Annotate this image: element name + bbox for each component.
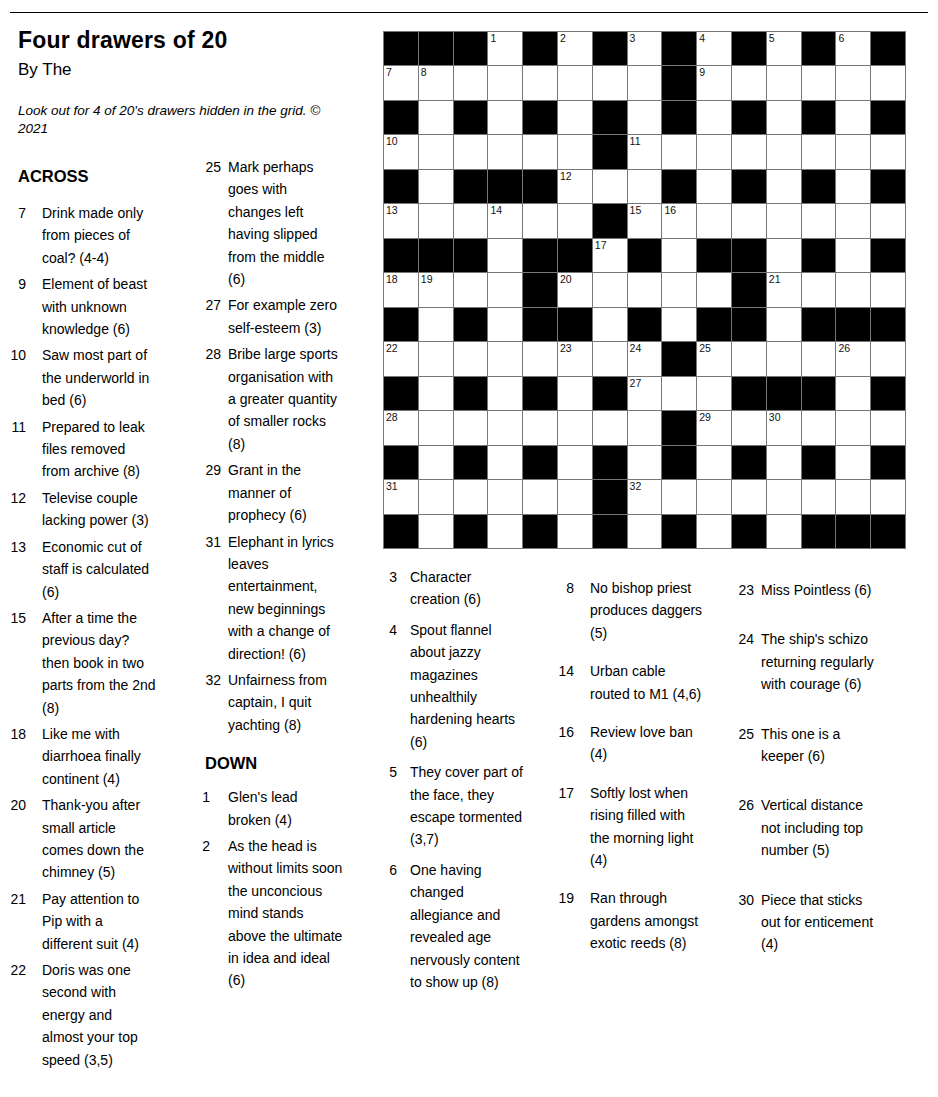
grid-cell-r12c10[interactable]: 29 — [697, 411, 731, 444]
across-clues-list: 7Drink made only from pieces of coal? (4… — [10, 202, 205, 1071]
clue-number: 10 — [10, 344, 26, 366]
grid-cell-r14c1[interactable]: 31 — [384, 480, 418, 513]
black-cell-r3c13 — [802, 101, 836, 134]
grid-cell-r11c4[interactable] — [488, 377, 522, 410]
grid-cell-r12c1[interactable]: 28 — [384, 411, 418, 444]
clue-text: Televise couple lacking power (3) — [42, 487, 149, 532]
grid-cell-r10c12[interactable] — [767, 342, 801, 375]
black-cell-r9c8 — [628, 308, 662, 341]
grid-cell-r8c7[interactable] — [593, 273, 627, 306]
crossword-grid: 1234567891011121314151617181920212223242… — [383, 31, 906, 549]
black-cell-r13c3 — [454, 446, 488, 479]
grid-cell-r8c8[interactable] — [628, 273, 662, 306]
cell-number-5: 5 — [769, 32, 775, 45]
grid-cell-r2c8[interactable] — [628, 66, 662, 99]
cell-number-25: 25 — [699, 342, 711, 355]
clue-item-30: 30Piece that sticks out for enticement (… — [737, 889, 937, 956]
grid-cell-r9c7[interactable] — [593, 308, 627, 341]
clue-text: They cover part of the face, they escape… — [410, 761, 523, 851]
black-cell-r11c12 — [767, 377, 801, 410]
clue-item-26: 26Vertical distance not including top nu… — [737, 794, 937, 861]
grid-cell-r13c4[interactable] — [488, 446, 522, 479]
grid-cell-r8c12[interactable]: 21 — [767, 273, 801, 306]
clue-number: 31 — [200, 531, 221, 553]
black-cell-r11c13 — [802, 377, 836, 410]
cell-number-9: 9 — [699, 66, 705, 79]
grid-cell-r14c3[interactable] — [454, 480, 488, 513]
black-cell-r1c13 — [802, 32, 836, 65]
clue-text: Elephant in lyrics leaves entertainment,… — [228, 531, 334, 665]
grid-cell-r13c14[interactable] — [836, 446, 870, 479]
clue-number: 25 — [737, 723, 754, 745]
grid-cell-r12c12[interactable]: 30 — [767, 411, 801, 444]
grid-cell-r8c2[interactable]: 19 — [419, 273, 453, 306]
grid-cell-r8c10[interactable] — [697, 273, 731, 306]
grid-cell-r10c10[interactable]: 25 — [697, 342, 731, 375]
grid-cell-r14c5[interactable] — [523, 480, 557, 513]
grid-cell-r14c8[interactable]: 32 — [628, 480, 662, 513]
grid-cell-r2c2[interactable]: 8 — [419, 66, 453, 99]
grid-cell-r5c8[interactable] — [628, 170, 662, 203]
black-cell-r5c11 — [732, 170, 766, 203]
grid-cell-r10c13[interactable] — [802, 342, 836, 375]
black-cell-r3c1 — [384, 101, 418, 134]
black-cell-r13c15 — [871, 446, 905, 479]
black-cell-r1c3 — [454, 32, 488, 65]
grid-cell-r2c13[interactable] — [802, 66, 836, 99]
cell-number-15: 15 — [630, 204, 642, 217]
black-cell-r5c15 — [871, 170, 905, 203]
grid-cell-r4c5[interactable] — [523, 135, 557, 168]
cell-number-4: 4 — [699, 32, 705, 45]
grid-cell-r12c6[interactable] — [558, 411, 592, 444]
black-cell-r7c1 — [384, 239, 418, 272]
black-cell-r7c8 — [628, 239, 662, 272]
clue-item-22: 22Doris was one second with energy and a… — [10, 959, 205, 1071]
black-cell-r5c9 — [662, 170, 696, 203]
black-cell-r9c11 — [732, 308, 766, 341]
black-cell-r9c3 — [454, 308, 488, 341]
clue-item-31: 31Elephant in lyrics leaves entertainmen… — [200, 531, 382, 665]
grid-cell-r6c1[interactable]: 13 — [384, 204, 418, 237]
grid-cell-r10c7[interactable] — [593, 342, 627, 375]
puzzle-note: Look out for 4 of 20's drawers hidden in… — [18, 102, 388, 138]
black-cell-r8c5 — [523, 273, 557, 306]
black-cell-r7c5 — [523, 239, 557, 272]
clue-number: 16 — [556, 721, 574, 743]
grid-cell-r3c8[interactable] — [628, 101, 662, 134]
cell-number-13: 13 — [386, 204, 398, 217]
black-cell-r8c11 — [732, 273, 766, 306]
clue-item-21: 21Pay attention to Pip with a different … — [10, 888, 205, 955]
grid-cell-r8c15[interactable] — [871, 273, 905, 306]
grid-cell-r13c6[interactable] — [558, 446, 592, 479]
grid-cell-r2c12[interactable] — [767, 66, 801, 99]
top-rule — [10, 12, 928, 13]
down-clues-column-3: 23Miss Pointless (6)24The ship's schizo … — [737, 579, 937, 983]
grid-cell-r3c12[interactable] — [767, 101, 801, 134]
grid-cell-r8c9[interactable] — [662, 273, 696, 306]
grid-cell-r4c6[interactable] — [558, 135, 592, 168]
clue-text: Pay attention to Pip with a different su… — [42, 888, 139, 955]
black-cell-r9c5 — [523, 308, 557, 341]
clue-text: Glen's lead broken (4) — [228, 786, 298, 831]
grid-cell-r5c6[interactable]: 12 — [558, 170, 592, 203]
black-cell-r3c11 — [732, 101, 766, 134]
grid-cell-r12c15[interactable] — [871, 411, 905, 444]
grid-cell-r7c9[interactable] — [662, 239, 696, 272]
grid-cell-r13c12[interactable] — [767, 446, 801, 479]
grid-cell-r2c10[interactable]: 9 — [697, 66, 731, 99]
black-cell-r1c1 — [384, 32, 418, 65]
grid-cell-r6c3[interactable] — [454, 204, 488, 237]
black-cell-r6c7 — [593, 204, 627, 237]
clue-item-32: 32Unfairness from captain, I quit yachti… — [200, 669, 382, 736]
clue-item-25: 25Mark perhaps goes with changes left ha… — [200, 156, 382, 290]
black-cell-r3c9 — [662, 101, 696, 134]
black-cell-r15c9 — [662, 515, 696, 548]
clue-text: Economic cut of staff is calculated (6) — [42, 536, 149, 603]
clue-item-14: 14Urban cable routed to M1 (4,6) — [556, 660, 736, 705]
clue-text: Vertical distance not including top numb… — [761, 794, 863, 861]
grid-cell-r9c2[interactable] — [419, 308, 453, 341]
grid-cell-r4c8[interactable]: 11 — [628, 135, 662, 168]
clue-column-across: ACROSS 7Drink made only from pieces of c… — [10, 165, 205, 1075]
grid-cell-r12c11[interactable] — [732, 411, 766, 444]
black-cell-r3c5 — [523, 101, 557, 134]
clue-number: 18 — [10, 723, 26, 745]
grid-cell-r8c13[interactable] — [802, 273, 836, 306]
grid-cell-r12c3[interactable] — [454, 411, 488, 444]
black-cell-r7c15 — [871, 239, 905, 272]
cell-number-23: 23 — [560, 342, 572, 355]
grid-cell-r2c6[interactable] — [558, 66, 592, 99]
grid-cell-r8c6[interactable]: 20 — [558, 273, 592, 306]
black-cell-r1c9 — [662, 32, 696, 65]
grid-cell-r4c12[interactable] — [767, 135, 801, 168]
black-cell-r11c11 — [732, 377, 766, 410]
grid-cell-r14c15[interactable] — [871, 480, 905, 513]
grid-cell-r15c10[interactable] — [697, 515, 731, 548]
grid-cell-r2c3[interactable] — [454, 66, 488, 99]
grid-cell-r1c12[interactable]: 5 — [767, 32, 801, 65]
grid-cell-r5c10[interactable] — [697, 170, 731, 203]
grid-cell-r11c10[interactable] — [697, 377, 731, 410]
grid-cell-r2c15[interactable] — [871, 66, 905, 99]
black-cell-r9c14 — [836, 308, 870, 341]
grid-cell-r6c5[interactable] — [523, 204, 557, 237]
black-cell-r1c15 — [871, 32, 905, 65]
grid-cell-r10c11[interactable] — [732, 342, 766, 375]
grid-cell-r14c6[interactable] — [558, 480, 592, 513]
grid-cell-r4c2[interactable] — [419, 135, 453, 168]
black-cell-r1c5 — [523, 32, 557, 65]
clue-number: 2 — [200, 835, 210, 857]
grid-cell-r15c8[interactable] — [628, 515, 662, 548]
grid-cell-r4c15[interactable] — [871, 135, 905, 168]
down-heading: DOWN — [205, 752, 382, 774]
black-cell-r15c7 — [593, 515, 627, 548]
grid-cell-r6c9[interactable]: 16 — [662, 204, 696, 237]
grid-cell-r10c15[interactable] — [871, 342, 905, 375]
grid-cell-r2c1[interactable]: 7 — [384, 66, 418, 99]
grid-cell-r4c3[interactable] — [454, 135, 488, 168]
grid-cell-r5c7[interactable] — [593, 170, 627, 203]
cell-number-8: 8 — [421, 66, 427, 79]
grid-cell-r6c13[interactable] — [802, 204, 836, 237]
black-cell-r13c1 — [384, 446, 418, 479]
grid-cell-r14c9[interactable] — [662, 480, 696, 513]
down-clues-column-2: 8No bishop priest produces daggers (5)14… — [556, 577, 736, 971]
black-cell-r13c7 — [593, 446, 627, 479]
clue-item-8: 8No bishop priest produces daggers (5) — [556, 577, 736, 644]
clue-item-20: 20Thank-you after small article comes do… — [10, 794, 205, 884]
clue-text: Character creation (6) — [410, 566, 481, 611]
clue-text: Piece that sticks out for enticement (4) — [761, 889, 873, 956]
down-clues-list: 23Miss Pointless (6)24The ship's schizo … — [737, 579, 937, 956]
clue-text: Drink made only from pieces of coal? (4-… — [42, 202, 143, 269]
cell-number-3: 3 — [630, 32, 636, 45]
black-cell-r15c15 — [871, 515, 905, 548]
grid-cell-r4c4[interactable] — [488, 135, 522, 168]
grid-cell-r3c10[interactable] — [697, 101, 731, 134]
clue-number: 22 — [10, 959, 26, 981]
grid-cell-r2c7[interactable] — [593, 66, 627, 99]
grid-cell-r11c9[interactable] — [662, 377, 696, 410]
grid-cell-r14c4[interactable] — [488, 480, 522, 513]
cell-number-12: 12 — [560, 170, 572, 183]
grid-cell-r12c2[interactable] — [419, 411, 453, 444]
grid-cell-r11c14[interactable] — [836, 377, 870, 410]
cell-number-30: 30 — [769, 411, 781, 424]
grid-cell-r8c4[interactable] — [488, 273, 522, 306]
clue-number: 1 — [200, 786, 210, 808]
grid-cell-r4c1[interactable]: 10 — [384, 135, 418, 168]
clue-item-13: 13Economic cut of staff is calculated (6… — [10, 536, 205, 603]
grid-cell-r9c4[interactable] — [488, 308, 522, 341]
cell-number-20: 20 — [560, 273, 572, 286]
clue-text: Thank-you after small article comes down… — [42, 794, 144, 884]
black-cell-r11c3 — [454, 377, 488, 410]
clue-item-3: 3Character creation (6) — [388, 566, 556, 611]
grid-cell-r4c10[interactable] — [697, 135, 731, 168]
grid-cell-r6c12[interactable] — [767, 204, 801, 237]
grid-cell-r3c14[interactable] — [836, 101, 870, 134]
cell-number-29: 29 — [699, 411, 711, 424]
grid-cell-r11c8[interactable]: 27 — [628, 377, 662, 410]
cell-number-2: 2 — [560, 32, 566, 45]
grid-cell-r14c2[interactable] — [419, 480, 453, 513]
clue-item-25: 25This one is a keeper (6) — [737, 723, 937, 768]
black-cell-r9c10 — [697, 308, 731, 341]
black-cell-r1c11 — [732, 32, 766, 65]
clue-text: Ran through gardens amongst exotic reeds… — [590, 887, 698, 954]
grid-cell-r3c6[interactable] — [558, 101, 592, 134]
grid-cell-r4c9[interactable] — [662, 135, 696, 168]
grid-cell-r4c11[interactable] — [732, 135, 766, 168]
black-cell-r13c13 — [802, 446, 836, 479]
clue-number: 6 — [388, 859, 397, 881]
grid-cell-r6c4[interactable]: 14 — [488, 204, 522, 237]
grid-cell-r15c12[interactable] — [767, 515, 801, 548]
grid-cell-r7c7[interactable]: 17 — [593, 239, 627, 272]
grid-cell-r6c14[interactable] — [836, 204, 870, 237]
grid-cell-r14c11[interactable] — [732, 480, 766, 513]
grid-cell-r11c6[interactable] — [558, 377, 592, 410]
cell-number-1: 1 — [490, 32, 496, 45]
black-cell-r14c7 — [593, 480, 627, 513]
grid-cell-r6c10[interactable] — [697, 204, 731, 237]
grid-cell-r1c4[interactable]: 1 — [488, 32, 522, 65]
cell-number-32: 32 — [630, 480, 642, 493]
grid-cell-r14c14[interactable] — [836, 480, 870, 513]
clue-text: Grant in the manner of prophecy (6) — [228, 459, 307, 526]
grid-cell-r3c2[interactable] — [419, 101, 453, 134]
grid-cell-r1c14[interactable]: 6 — [836, 32, 870, 65]
cell-number-17: 17 — [595, 239, 607, 252]
grid-cell-r5c2[interactable] — [419, 170, 453, 203]
black-cell-r15c5 — [523, 515, 557, 548]
grid-cell-r13c2[interactable] — [419, 446, 453, 479]
grid-cell-r10c6[interactable]: 23 — [558, 342, 592, 375]
grid-cell-r15c4[interactable] — [488, 515, 522, 548]
black-cell-r5c4 — [488, 170, 522, 203]
grid-cell-r10c5[interactable] — [523, 342, 557, 375]
clue-number: 14 — [556, 660, 574, 682]
grid-cell-r11c2[interactable] — [419, 377, 453, 410]
clue-text: Urban cable routed to M1 (4,6) — [590, 660, 701, 705]
grid-cell-r6c15[interactable] — [871, 204, 905, 237]
black-cell-r5c1 — [384, 170, 418, 203]
clue-text: Saw most part of the underworld in bed (… — [42, 344, 149, 411]
clue-text: Bribe large sports organisation with a g… — [228, 343, 338, 455]
grid-cell-r8c3[interactable] — [454, 273, 488, 306]
grid-cell-r10c4[interactable] — [488, 342, 522, 375]
clue-text: One having changed allegiance and reveal… — [410, 859, 520, 993]
clue-item-9: 9Element of beast with unknown knowledge… — [10, 273, 205, 340]
grid-cell-r1c10[interactable]: 4 — [697, 32, 731, 65]
clue-item-12: 12Televise couple lacking power (3) — [10, 487, 205, 532]
black-cell-r7c6 — [558, 239, 592, 272]
grid-cell-r10c1[interactable]: 22 — [384, 342, 418, 375]
grid-cell-r12c8[interactable] — [628, 411, 662, 444]
cell-number-18: 18 — [386, 273, 398, 286]
grid-cell-r6c8[interactable]: 15 — [628, 204, 662, 237]
grid-cell-r10c8[interactable]: 24 — [628, 342, 662, 375]
clue-text: Softly lost when rising filled with the … — [590, 782, 694, 872]
cell-number-21: 21 — [769, 273, 781, 286]
black-cell-r15c1 — [384, 515, 418, 548]
grid-cell-r12c13[interactable] — [802, 411, 836, 444]
clue-text: Like me with diarrhoea finally continent… — [42, 723, 141, 790]
grid-cell-r1c6[interactable]: 2 — [558, 32, 592, 65]
grid-cell-r2c14[interactable] — [836, 66, 870, 99]
grid-cell-r7c14[interactable] — [836, 239, 870, 272]
puzzle-byline: By The — [18, 60, 72, 80]
grid-cell-r12c4[interactable] — [488, 411, 522, 444]
grid-cell-r13c8[interactable] — [628, 446, 662, 479]
grid-cell-r7c12[interactable] — [767, 239, 801, 272]
grid-cell-r10c14[interactable]: 26 — [836, 342, 870, 375]
grid-cell-r5c12[interactable] — [767, 170, 801, 203]
clue-number: 29 — [200, 459, 221, 481]
grid-cell-r4c13[interactable] — [802, 135, 836, 168]
black-cell-r4c7 — [593, 135, 627, 168]
black-cell-r5c13 — [802, 170, 836, 203]
black-cell-r15c11 — [732, 515, 766, 548]
grid-cell-r14c12[interactable] — [767, 480, 801, 513]
grid-cell-r8c14[interactable] — [836, 273, 870, 306]
down-clues-list: 3Character creation (6)4Spout flannel ab… — [388, 566, 556, 993]
clue-text: Unfairness from captain, I quit yachting… — [228, 669, 327, 736]
grid-cell-r14c13[interactable] — [802, 480, 836, 513]
clue-number: 28 — [200, 343, 221, 365]
grid-cell-r4c14[interactable] — [836, 135, 870, 168]
cell-number-10: 10 — [386, 135, 398, 148]
grid-cell-r1c8[interactable]: 3 — [628, 32, 662, 65]
cell-number-22: 22 — [386, 342, 398, 355]
grid-cell-r15c2[interactable] — [419, 515, 453, 548]
grid-cell-r2c5[interactable] — [523, 66, 557, 99]
black-cell-r7c11 — [732, 239, 766, 272]
cell-number-16: 16 — [664, 204, 676, 217]
grid-cell-r5c14[interactable] — [836, 170, 870, 203]
grid-cell-r3c4[interactable] — [488, 101, 522, 134]
grid-cell-r2c11[interactable] — [732, 66, 766, 99]
clue-text: Element of beast with unknown knowledge … — [42, 273, 147, 340]
clue-item-15: 15After a time the previous day? then bo… — [10, 607, 205, 719]
grid-cell-r13c10[interactable] — [697, 446, 731, 479]
grid-cell-r6c6[interactable] — [558, 204, 592, 237]
black-cell-r15c13 — [802, 515, 836, 548]
black-cell-r7c13 — [802, 239, 836, 272]
clue-text: No bishop priest produces daggers (5) — [590, 577, 702, 644]
cell-number-6: 6 — [838, 32, 844, 45]
grid-cell-r10c2[interactable] — [419, 342, 453, 375]
grid-cell-r9c9[interactable] — [662, 308, 696, 341]
clue-text: Spout flannel about jazzy magazines unhe… — [410, 619, 515, 753]
clue-number: 21 — [10, 888, 26, 910]
black-cell-r3c15 — [871, 101, 905, 134]
grid-cell-r8c1[interactable]: 18 — [384, 273, 418, 306]
grid-cell-r12c5[interactable] — [523, 411, 557, 444]
grid-cell-r7c4[interactable] — [488, 239, 522, 272]
grid-cell-r10c3[interactable] — [454, 342, 488, 375]
grid-cell-r9c12[interactable] — [767, 308, 801, 341]
black-cell-r10c9 — [662, 342, 696, 375]
clue-item-7: 7Drink made only from pieces of coal? (4… — [10, 202, 205, 269]
cell-number-24: 24 — [630, 342, 642, 355]
grid-cell-r6c11[interactable] — [732, 204, 766, 237]
clue-item-2: 2As the head is without limits soon the … — [200, 835, 382, 992]
grid-cell-r12c14[interactable] — [836, 411, 870, 444]
cell-number-19: 19 — [421, 273, 433, 286]
black-cell-r9c15 — [871, 308, 905, 341]
grid-cell-r12c7[interactable] — [593, 411, 627, 444]
clue-number: 8 — [556, 577, 574, 599]
grid-cell-r2c4[interactable] — [488, 66, 522, 99]
clue-number: 17 — [556, 782, 574, 804]
cell-number-7: 7 — [386, 66, 392, 79]
clue-item-16: 16Review love ban (4) — [556, 721, 736, 766]
grid-cell-r6c2[interactable] — [419, 204, 453, 237]
clue-item-10: 10Saw most part of the underworld in bed… — [10, 344, 205, 411]
grid-cell-r15c6[interactable] — [558, 515, 592, 548]
grid-cell-r14c10[interactable] — [697, 480, 731, 513]
black-cell-r13c9 — [662, 446, 696, 479]
clue-item-19: 19Ran through gardens amongst exotic ree… — [556, 887, 736, 954]
puzzle-title: Four drawers of 20 — [18, 27, 227, 54]
